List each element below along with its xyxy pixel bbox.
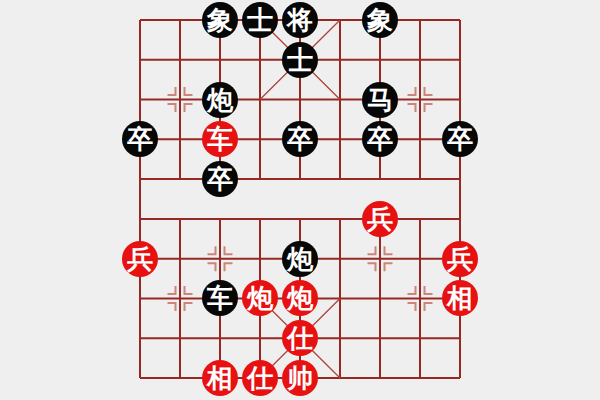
piece-red-soldier[interactable]: 兵: [122, 241, 158, 277]
piece-black-soldier[interactable]: 卒: [282, 121, 318, 157]
piece-black-horse[interactable]: 马: [362, 82, 398, 118]
piece-black-soldier[interactable]: 卒: [442, 121, 478, 157]
piece-black-general[interactable]: 将: [282, 2, 318, 38]
piece-black-advisor[interactable]: 士: [242, 2, 278, 38]
xiangqi-board: 象士将象士炮马卒车卒卒卒卒兵兵炮兵车炮炮相仕相仕帅: [0, 0, 600, 400]
piece-black-cannon[interactable]: 炮: [202, 82, 238, 118]
piece-black-elephant[interactable]: 象: [362, 2, 398, 38]
piece-black-soldier[interactable]: 卒: [122, 121, 158, 157]
piece-black-soldier[interactable]: 卒: [362, 121, 398, 157]
piece-red-soldier[interactable]: 兵: [442, 241, 478, 277]
piece-black-chariot[interactable]: 车: [202, 280, 238, 316]
piece-red-elephant[interactable]: 相: [442, 280, 478, 316]
piece-red-general[interactable]: 帅: [282, 360, 318, 396]
piece-black-cannon[interactable]: 炮: [282, 241, 318, 277]
pieces-layer: 象士将象士炮马卒车卒卒卒卒兵兵炮兵车炮炮相仕相仕帅: [0, 0, 600, 400]
piece-red-chariot[interactable]: 车: [202, 121, 238, 157]
piece-red-advisor[interactable]: 仕: [282, 320, 318, 356]
piece-red-elephant[interactable]: 相: [202, 360, 238, 396]
piece-red-soldier[interactable]: 兵: [362, 201, 398, 237]
piece-black-soldier[interactable]: 卒: [202, 161, 238, 197]
piece-red-cannon[interactable]: 炮: [282, 280, 318, 316]
piece-black-advisor[interactable]: 士: [282, 42, 318, 78]
piece-black-elephant[interactable]: 象: [202, 2, 238, 38]
piece-red-cannon[interactable]: 炮: [242, 280, 278, 316]
piece-red-advisor[interactable]: 仕: [242, 360, 278, 396]
